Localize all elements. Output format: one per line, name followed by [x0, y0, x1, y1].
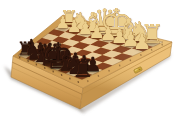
chess-pieces-layer: ♜♞♟♝♟♛♟♚♟♝♟♞♟♜♟♟♟♟♜♟♞♟♝♟♛♟♚♟♝♟♞♜	[0, 0, 180, 120]
chess-piece-white-pawn-h2: ♟	[133, 31, 152, 52]
chess-piece-black-rook-h8: ♜	[72, 56, 94, 80]
chess-set-photo: ♜♞♟♝♟♛♟♚♟♝♟♞♟♜♟♟♟♟♜♟♞♟♝♟♛♟♚♟♝♟♞♜	[0, 0, 180, 120]
